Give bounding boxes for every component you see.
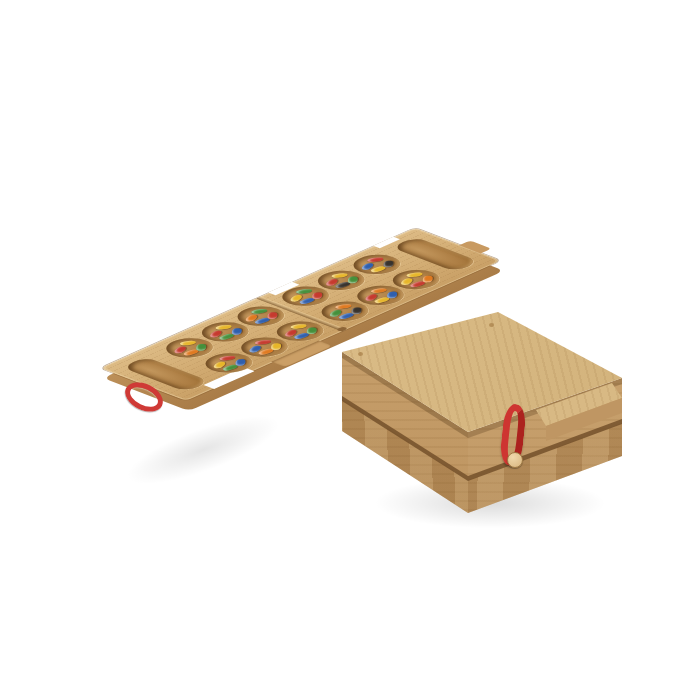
closed-box-latch-tab-front (0, 0, 700, 700)
seed-red (312, 292, 323, 299)
seed-red (219, 355, 236, 361)
closed-box-latch-tab-top (0, 0, 700, 700)
seed-black (351, 307, 362, 314)
seed-yellow (290, 323, 307, 329)
closed-box-fold-seam-left (0, 0, 700, 700)
seed-blue (231, 328, 242, 335)
seed-yellow (179, 340, 196, 346)
seed-yellow (331, 273, 348, 279)
seed-orange (422, 276, 433, 283)
seed-black (383, 260, 394, 267)
seed-green (296, 288, 313, 294)
seed-red (254, 339, 271, 345)
open-mancala-board (100, 228, 501, 401)
closed-box-lid-edge-shadow-left (0, 0, 700, 700)
closed-box-front-right-face (0, 0, 700, 700)
closed-box-shadow (330, 468, 650, 538)
seed-orange (335, 304, 352, 310)
closed-box-fold-seam-right (0, 0, 700, 700)
seed-yellow (271, 343, 282, 350)
seed-yellow (215, 324, 232, 330)
seed-green (251, 308, 268, 314)
seed-orange (370, 288, 387, 294)
seed-green (196, 344, 207, 351)
closed-box-lower-half-right (0, 0, 700, 700)
seed-blue (235, 359, 246, 366)
seed-green (306, 327, 317, 334)
product-photo-mancala (0, 0, 700, 700)
seed-red (267, 312, 278, 319)
wooden-latch-peg (507, 452, 523, 468)
bamboo-peg-dot (489, 323, 494, 327)
bamboo-peg-dot (358, 352, 363, 356)
closed-box-lower-half-left (0, 0, 700, 700)
seed-yellow (406, 272, 423, 278)
closed-box-front-left-face (0, 0, 700, 700)
seed-red (367, 257, 384, 263)
closed-box-top-face (0, 0, 700, 700)
locking-tab-far-end (459, 240, 491, 253)
seed-green (347, 276, 358, 283)
closed-box-lid-edge-shadow-right (0, 0, 700, 700)
seed-blue (387, 291, 398, 298)
